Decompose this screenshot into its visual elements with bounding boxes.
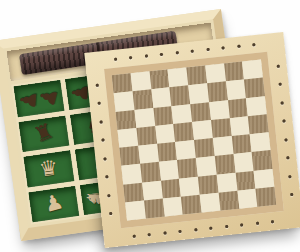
square-c8	[149, 69, 170, 89]
square-h6	[246, 96, 267, 116]
frame-hole-icon	[129, 56, 132, 59]
square-a4	[119, 146, 140, 166]
square-b2	[142, 180, 163, 200]
frame-hole-icon	[278, 83, 281, 86]
frame-hole-icon	[271, 220, 274, 223]
square-e7	[188, 84, 209, 104]
square-c2	[161, 178, 182, 198]
square-c7	[151, 88, 172, 108]
frame-hole-icon	[107, 194, 110, 197]
square-e8	[186, 65, 207, 85]
frame-hole-icon	[225, 224, 228, 227]
square-f5	[211, 118, 232, 138]
frame-hole-icon	[286, 156, 289, 159]
square-h8	[242, 60, 263, 80]
frame-hole-icon	[256, 221, 259, 224]
square-h3	[252, 150, 273, 170]
frame-hole-icon	[160, 52, 163, 55]
square-b4	[138, 144, 159, 164]
compartment-r1c0: ♜	[19, 115, 70, 152]
frame-hole-icon	[194, 228, 197, 231]
square-f7	[207, 82, 228, 102]
square-e6	[190, 102, 211, 122]
square-d4	[175, 140, 196, 160]
frame-hole-icon	[178, 229, 181, 232]
square-d3	[177, 158, 198, 178]
frame-hole-icon	[222, 46, 225, 49]
board-inner-border	[104, 52, 284, 228]
frame-hole-icon	[288, 175, 291, 178]
frame-hole-icon	[276, 64, 279, 67]
square-b8	[130, 71, 151, 91]
square-e5	[192, 120, 213, 140]
frame-hole-icon	[282, 120, 285, 123]
square-g3	[233, 152, 254, 172]
square-a8	[112, 73, 133, 93]
frame-hole-icon	[280, 101, 283, 104]
square-e4	[194, 138, 215, 158]
frame-hole-icon	[252, 43, 255, 46]
square-h7	[244, 78, 265, 98]
frame-hole-icon	[148, 233, 151, 236]
frame-hole-icon	[95, 83, 98, 86]
square-c6	[153, 106, 174, 126]
square-e2	[198, 174, 219, 194]
square-g8	[224, 62, 245, 82]
square-h2	[254, 168, 275, 188]
square-e1	[200, 192, 221, 212]
square-a7	[114, 91, 135, 111]
square-d6	[172, 104, 193, 124]
square-f4	[213, 136, 234, 156]
square-g1	[237, 189, 258, 209]
compartment-r0c0: ♟♟	[14, 80, 65, 117]
frame-hole-icon	[206, 47, 209, 50]
square-c3	[159, 160, 180, 180]
compartment-r2c0: ♛	[23, 150, 74, 187]
dark-rook-piece: ♜	[31, 120, 56, 147]
square-d7	[170, 86, 191, 106]
frame-hole-icon	[144, 54, 147, 57]
square-f3	[215, 154, 236, 174]
frame-hole-icon	[284, 138, 287, 141]
square-b6	[134, 108, 155, 128]
frame-hole-icon	[191, 49, 194, 52]
square-d1	[181, 194, 202, 214]
square-d5	[173, 122, 194, 142]
frame-hole-icon	[209, 226, 212, 229]
frame-hole-icon	[97, 102, 100, 105]
chessboard	[84, 32, 300, 248]
square-g6	[227, 98, 248, 118]
square-g2	[235, 170, 256, 190]
square-c4	[157, 142, 178, 162]
square-f8	[205, 63, 226, 83]
square-a1	[125, 200, 146, 220]
frame-hole-icon	[105, 175, 108, 178]
square-d8	[168, 67, 189, 87]
frame-hole-icon	[290, 193, 293, 196]
frame-hole-icon	[175, 51, 178, 54]
frame-hole-icon	[113, 57, 116, 60]
square-b7	[132, 89, 153, 109]
frame-hole-icon	[237, 44, 240, 47]
square-f1	[218, 191, 239, 211]
square-g7	[226, 80, 247, 100]
square-a6	[116, 110, 137, 130]
frame-hole-icon	[163, 231, 166, 234]
frame-hole-icon	[240, 223, 243, 226]
square-h1	[256, 187, 277, 207]
square-f6	[209, 100, 230, 120]
square-d2	[179, 176, 200, 196]
square-b5	[136, 126, 157, 146]
square-f2	[216, 172, 237, 192]
square-a3	[121, 164, 142, 184]
frame-hole-icon	[99, 120, 102, 123]
square-h4	[250, 132, 271, 152]
square-b1	[144, 198, 165, 218]
frame-hole-icon	[132, 234, 135, 237]
square-g5	[229, 116, 250, 136]
frame-hole-icon	[103, 157, 106, 160]
compartment-r3c0: ♟	[28, 186, 79, 223]
square-g4	[231, 134, 252, 154]
light-queen-piece: ♛	[38, 157, 60, 180]
board-squares	[112, 60, 276, 221]
square-h5	[248, 114, 269, 134]
frame-hole-icon	[109, 212, 112, 215]
square-a5	[118, 128, 139, 148]
square-c5	[155, 124, 176, 144]
square-b3	[140, 162, 161, 182]
square-a2	[123, 182, 144, 202]
frame-hole-icon	[101, 139, 104, 142]
square-c1	[162, 196, 183, 216]
square-e3	[196, 156, 217, 176]
light-pawn-piece: ♟	[42, 191, 66, 216]
product-photo-scene: ♟♟♟♟♟♜♞♛♟♟♞♟	[0, 0, 300, 252]
